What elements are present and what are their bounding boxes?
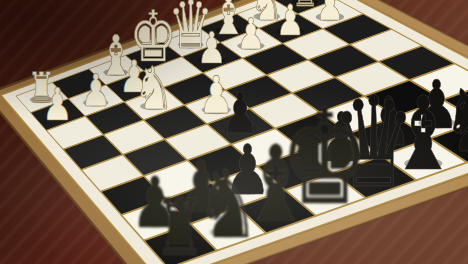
chess-photo-scene: ♜♟♞♝♟♛♟♚♟♝♟♜♟♟♞♟♟♟♜♟♟♞♟♝♛♟♚♟♝♟♞♜ bbox=[0, 0, 468, 264]
piece-glyph-rook: ♜ bbox=[153, 182, 206, 264]
piece-white-knight-f3[interactable]: ♞ bbox=[133, 54, 173, 123]
piece-white-pawn-b2[interactable]: ♟ bbox=[276, 0, 305, 45]
piece-white-pawn-a2[interactable]: ♟ bbox=[315, 0, 344, 31]
piece-glyph-pawn: ♟ bbox=[236, 9, 265, 60]
piece-white-pawn-c2[interactable]: ♟ bbox=[236, 9, 265, 60]
piece-glyph-pawn: ♟ bbox=[276, 0, 305, 45]
piece-white-pawn-g2[interactable]: ♟ bbox=[80, 64, 111, 116]
piece-glyph-pawn: ♟ bbox=[80, 64, 111, 116]
chess-board: ♜♟♞♝♟♛♟♚♟♝♟♜♟♟♞♟♟♟♜♟♟♞♟♝♛♟♚♟♝♟♞♜ bbox=[0, 0, 468, 264]
piece-black-rook-h8[interactable]: ♜ bbox=[153, 182, 206, 264]
piece-glyph-pawn: ♟ bbox=[315, 0, 344, 31]
piece-glyph-knight: ♞ bbox=[133, 54, 173, 123]
piece-glyph-pawn: ♟ bbox=[42, 78, 73, 130]
piece-white-pawn-h2[interactable]: ♟ bbox=[42, 78, 73, 130]
